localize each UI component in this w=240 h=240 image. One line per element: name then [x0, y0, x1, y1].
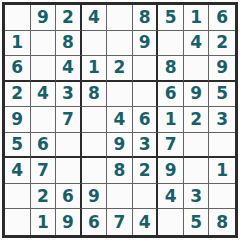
- cell-r7c2-given: 7: [31, 158, 57, 184]
- cell-r1c8-given: 1: [184, 5, 210, 31]
- cell-r6c5-given: 9: [107, 133, 133, 159]
- cell-r3c7-given: 8: [158, 56, 184, 82]
- cell-r7c1-given: 4: [5, 158, 31, 184]
- cell-r9c3-given: 9: [56, 209, 82, 235]
- cell-r9c8-given: 5: [184, 209, 210, 235]
- cell-r4c8-given: 9: [184, 82, 210, 108]
- cell-r6c1-given: 5: [5, 133, 31, 159]
- cell-r3c9-given: 9: [209, 56, 235, 82]
- cell-r9c5-given: 7: [107, 209, 133, 235]
- cell-r4c5-empty[interactable]: [107, 82, 133, 108]
- cell-r1c9-given: 6: [209, 5, 235, 31]
- cell-r4c1-given: 2: [5, 82, 31, 108]
- cell-r8c6-empty[interactable]: [133, 184, 159, 210]
- cell-r2c3-given: 8: [56, 31, 82, 57]
- cell-r3c3-given: 4: [56, 56, 82, 82]
- cell-r3c5-given: 2: [107, 56, 133, 82]
- cell-r4c9-given: 5: [209, 82, 235, 108]
- cell-r9c7-empty[interactable]: [158, 209, 184, 235]
- cell-r7c4-empty[interactable]: [82, 158, 108, 184]
- cell-r6c3-empty[interactable]: [56, 133, 82, 159]
- cell-r4c3-given: 3: [56, 82, 82, 108]
- cell-r5c6-given: 6: [133, 107, 159, 133]
- cell-r3c6-empty[interactable]: [133, 56, 159, 82]
- cell-r9c4-given: 6: [82, 209, 108, 235]
- cell-r5c3-given: 7: [56, 107, 82, 133]
- cell-r1c1-empty[interactable]: [5, 5, 31, 31]
- cell-r8c8-given: 3: [184, 184, 210, 210]
- cell-r8c3-given: 6: [56, 184, 82, 210]
- cell-r6c7-given: 7: [158, 133, 184, 159]
- cell-r6c8-empty[interactable]: [184, 133, 210, 159]
- cell-r7c6-given: 2: [133, 158, 159, 184]
- cell-r5c1-given: 9: [5, 107, 31, 133]
- cell-r3c4-given: 1: [82, 56, 108, 82]
- cell-r4c6-empty[interactable]: [133, 82, 159, 108]
- cell-r1c4-given: 4: [82, 5, 108, 31]
- cell-r4c4-given: 8: [82, 82, 108, 108]
- cell-r8c9-empty[interactable]: [209, 184, 235, 210]
- cell-r1c6-given: 8: [133, 5, 159, 31]
- cell-r7c7-given: 9: [158, 158, 184, 184]
- cell-r2c6-given: 9: [133, 31, 159, 57]
- cell-r2c5-empty[interactable]: [107, 31, 133, 57]
- cell-r8c4-given: 9: [82, 184, 108, 210]
- cell-r5c4-empty[interactable]: [82, 107, 108, 133]
- cell-r2c7-empty[interactable]: [158, 31, 184, 57]
- cell-r5c7-given: 1: [158, 107, 184, 133]
- cell-r9c6-given: 4: [133, 209, 159, 235]
- sudoku-board: 9248516189426412892438695974612356937478…: [2, 2, 238, 238]
- cell-r5c9-given: 3: [209, 107, 235, 133]
- cell-r2c8-given: 4: [184, 31, 210, 57]
- cell-r5c5-given: 4: [107, 107, 133, 133]
- cell-r5c8-given: 2: [184, 107, 210, 133]
- cell-r2c9-given: 2: [209, 31, 235, 57]
- cell-r6c4-empty[interactable]: [82, 133, 108, 159]
- cell-r8c5-empty[interactable]: [107, 184, 133, 210]
- cell-r7c8-empty[interactable]: [184, 158, 210, 184]
- cell-r1c7-given: 5: [158, 5, 184, 31]
- cell-r4c7-given: 6: [158, 82, 184, 108]
- cell-r8c1-empty[interactable]: [5, 184, 31, 210]
- cell-r1c5-empty[interactable]: [107, 5, 133, 31]
- cell-r2c1-given: 1: [5, 31, 31, 57]
- cell-r2c4-empty[interactable]: [82, 31, 108, 57]
- cell-r7c3-empty[interactable]: [56, 158, 82, 184]
- cell-r6c6-given: 3: [133, 133, 159, 159]
- cell-r4c2-given: 4: [31, 82, 57, 108]
- cell-r8c2-given: 2: [31, 184, 57, 210]
- cell-r9c2-given: 1: [31, 209, 57, 235]
- cell-r6c2-given: 6: [31, 133, 57, 159]
- cell-r7c9-given: 1: [209, 158, 235, 184]
- cell-r1c3-given: 2: [56, 5, 82, 31]
- cell-r9c9-given: 8: [209, 209, 235, 235]
- cell-r1c2-given: 9: [31, 5, 57, 31]
- cell-r3c1-given: 6: [5, 56, 31, 82]
- cell-r6c9-empty[interactable]: [209, 133, 235, 159]
- cell-r8c7-given: 4: [158, 184, 184, 210]
- cell-r2c2-empty[interactable]: [31, 31, 57, 57]
- cell-r5c2-empty[interactable]: [31, 107, 57, 133]
- cell-r7c5-given: 8: [107, 158, 133, 184]
- cell-r3c8-empty[interactable]: [184, 56, 210, 82]
- cell-r3c2-empty[interactable]: [31, 56, 57, 82]
- cell-r9c1-empty[interactable]: [5, 209, 31, 235]
- sudoku-page: 9248516189426412892438695974612356937478…: [0, 0, 240, 240]
